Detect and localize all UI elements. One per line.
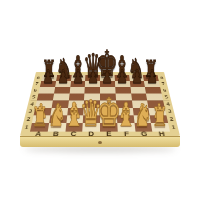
- square-h4: [147, 100, 164, 107]
- rank-label-4-right: 4: [163, 101, 172, 106]
- rank-label-1-left: 1: [22, 124, 32, 130]
- clasp-mark: [98, 141, 102, 144]
- square-b2: [49, 115, 67, 123]
- rank-label-6-left: 6: [31, 88, 40, 92]
- square-b4: [51, 100, 68, 107]
- square-e3: [100, 108, 117, 116]
- square-a2: [32, 115, 50, 123]
- square-d3: [83, 108, 100, 116]
- chess-board: ABCDEFGH 1122334455667788: [20, 72, 180, 136]
- square-g2: [133, 115, 151, 123]
- rank-label-8-left: 8: [34, 76, 42, 80]
- square-e2: [100, 115, 117, 123]
- square-e4: [100, 100, 116, 107]
- square-f4: [116, 100, 133, 107]
- square-a3: [34, 108, 52, 116]
- square-d4: [84, 100, 100, 107]
- chess-set-photo: ABCDEFGH 1122334455667788 ♜♞♝♛♚♝♞♜♟♟♟♟♟♟…: [0, 0, 200, 200]
- rank-label-7-right: 7: [159, 82, 168, 86]
- rank-label-2-left: 2: [24, 116, 34, 121]
- board-grid: [30, 75, 170, 132]
- square-c2: [66, 115, 83, 123]
- square-h2: [150, 115, 168, 123]
- rank-label-7-left: 7: [33, 82, 42, 86]
- square-h3: [149, 108, 167, 116]
- rank-label-4-left: 4: [27, 101, 36, 106]
- square-f2: [117, 115, 134, 123]
- rank-label-1-right: 1: [168, 124, 178, 130]
- board-front-edge: [20, 136, 180, 147]
- square-c4: [68, 100, 85, 107]
- square-a4: [35, 100, 52, 107]
- square-c3: [67, 108, 84, 116]
- rank-label-8-right: 8: [158, 76, 166, 80]
- rank-label-3-left: 3: [26, 108, 35, 113]
- rank-label-6-right: 6: [160, 88, 169, 92]
- rank-label-5-right: 5: [162, 94, 171, 99]
- square-d2: [83, 115, 100, 123]
- rank-label-3-right: 3: [165, 108, 174, 113]
- square-b3: [50, 108, 67, 116]
- square-g3: [132, 108, 149, 116]
- rank-label-5-left: 5: [29, 94, 38, 99]
- square-f3: [116, 108, 133, 116]
- rank-label-2-right: 2: [167, 116, 177, 121]
- square-g4: [132, 100, 149, 107]
